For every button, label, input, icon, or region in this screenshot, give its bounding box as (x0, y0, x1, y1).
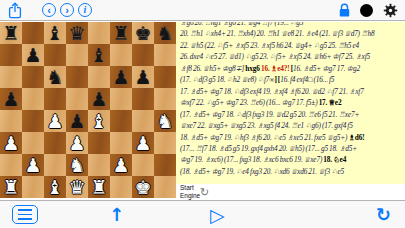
board-square-f5[interactable] (110, 88, 132, 110)
board-square-e4[interactable]: ♝ (88, 110, 110, 132)
piece-white-pawn: ♟ (46, 110, 63, 132)
board-square-c8[interactable]: ♝ (44, 22, 66, 44)
board-square-b8[interactable] (22, 22, 44, 44)
board-square-c3[interactable] (44, 132, 66, 154)
board-square-f4[interactable] (110, 110, 132, 132)
variation-text[interactable]: (17. ♘df3 g5 18. ♘h2 ♕e8) ♘f7∞ (180, 75, 274, 84)
variation-text[interactable]: 16. f4 exf4□ (16... f5 (280, 75, 334, 84)
move-line: ♔g7 19. ♗xc6) (17... fxg3 18. ♗xc6 bxc6 … (180, 154, 403, 165)
variation-text[interactable]: ♔g7 19. ♗xc6) (17... fxg3 18. ♗xc6 bxc6 … (180, 155, 323, 164)
piece-black-pawn: ♟ (24, 44, 41, 66)
board-square-d7[interactable] (66, 44, 88, 66)
board-square-f1[interactable] (110, 176, 132, 198)
board-square-b2[interactable]: ♟ (22, 154, 44, 176)
variation-text[interactable]: ♗g6 20. ♖hg1 ♗g6 21. ♕g4 ♖f7 (19... ♘g5 (180, 22, 303, 27)
board-square-e3[interactable] (88, 132, 110, 154)
up-arrow-icon[interactable]: ↑ (109, 202, 124, 228)
board-square-f2[interactable]: ♟ (110, 154, 132, 176)
bottom-toolbar: ↑ ▷ ↻ (0, 200, 405, 228)
mainline-move[interactable]: 18. ♘e4 (323, 155, 346, 164)
mainline-move[interactable]: 17. ♕e2 (319, 98, 342, 107)
settings-gear-icon[interactable] (383, 3, 398, 22)
board-square-d5[interactable] (66, 88, 88, 110)
variation-text[interactable]: 17. ♗d5+ ♔g7 18. ♘df3 exf4 19. ♗xf4 ♗f6 … (180, 87, 364, 96)
move-line: (18. ♗d5+ ♔g7 19. ♘e4 fxg3 20. ♘xd6 ♕xd6… (180, 166, 403, 177)
variation-text[interactable]: 20. ♖h1 ♘xh4+ 21. ♖xh4) 20. ♖h1 ♕e8 21. … (180, 29, 374, 38)
move-line: ♕xe7 22. ♕xg5+ ♕xg5 23. ♗xg5 f4 24. ♖e1 … (180, 120, 403, 131)
move-line: (17... ♖f7 18. ♗d5 g5 19. gxf4 gxh4 20. … (180, 143, 403, 154)
piece-black-pawn: ♟ (134, 66, 151, 88)
next-move-button[interactable]: › (60, 3, 74, 17)
current-move[interactable]: 16. ♗e4?! (261, 64, 290, 73)
board-square-g8[interactable]: ♚ (132, 22, 154, 44)
piece-white-pawn: ♟ (2, 132, 19, 154)
piece-white-king: ♚ (134, 176, 151, 198)
move-line: 26. dxe4 ♘e5 27. ♕d1) ♘g5 23. ♘f5+ ♗xf5 … (180, 51, 403, 62)
piece-black-pawn: ♟ (112, 66, 129, 88)
board-square-e5[interactable]: ♟ (88, 88, 110, 110)
board-square-a1[interactable]: ♜ (0, 176, 22, 198)
variation-text[interactable]: 26. dxe4 ♘e5 27. ♕d1) ♘g5 23. ♘f5+ ♗xf5 … (180, 52, 370, 61)
piece-black-knight: ♞ (46, 66, 63, 88)
piece-white-knight: ♞ (156, 110, 173, 132)
piece-white-pawn: ♟ (68, 132, 85, 154)
board-square-a4[interactable] (0, 110, 22, 132)
board-square-g1[interactable]: ♚ (132, 176, 154, 198)
board-square-b1[interactable] (22, 176, 44, 198)
board-square-h7[interactable] (154, 44, 176, 66)
variation-text[interactable]: 16. ♗d5+ ♔g7 17. ♔g2 (293, 64, 360, 73)
piece-black-rook: ♜ (2, 22, 19, 44)
board-square-g6[interactable]: ♟ (132, 66, 154, 88)
piece-black-pawn: ♟ (2, 88, 19, 110)
board-square-f8[interactable]: ♜ (110, 22, 132, 44)
board-square-a6[interactable] (0, 66, 22, 88)
board-square-a5[interactable]: ♟ (0, 88, 22, 110)
move-line: 20. ♖h1 ♘xh4+ 21. ♖xh4) 20. ♖h1 ♕e8 21. … (180, 28, 403, 39)
board-square-h5[interactable] (154, 88, 176, 110)
board-square-a8[interactable]: ♜ (0, 22, 22, 44)
board-square-g4[interactable] (132, 110, 154, 132)
lock-icon[interactable] (338, 3, 351, 22)
rotate-icon[interactable]: ↻ (376, 202, 391, 228)
board-square-g7[interactable] (132, 44, 154, 66)
piece-black-pawn: ♟ (68, 110, 85, 132)
board-square-h1[interactable] (154, 176, 176, 198)
variation-text[interactable]: 18. ♗d5+ ♔g7 19. ♘hf3 ♗f6 20. ♘e5 ♗xe5 2… (180, 133, 348, 142)
board-square-d1[interactable]: ♛ (66, 176, 88, 198)
move-lines: ♗g6 20. ♖hg1 ♗g6 21. ♕g4 ♖f7 (19... ♘g52… (180, 22, 403, 177)
board-square-f6[interactable]: ♟ (110, 66, 132, 88)
top-toolbar: ‹ › i (0, 0, 405, 21)
board-square-c7[interactable] (44, 44, 66, 66)
move-line: 22. ♕h5 (22. ♘f5+ ♗xf5 23. ♗xf5 h6 24. ♕… (180, 40, 403, 51)
board-square-g2[interactable] (132, 154, 154, 176)
board-square-c1[interactable]: ♝ (44, 176, 66, 198)
variation-text[interactable]: (17... ♖f7 18. ♗d5 g5 19. gxf4 gxh4 20. … (180, 144, 357, 153)
piece-white-rook: ♜ (90, 176, 107, 198)
mainline-move[interactable]: hxg6 (245, 64, 261, 73)
prev-move-button[interactable]: ‹ (42, 3, 56, 17)
board-square-b7[interactable]: ♟ (22, 44, 44, 66)
board-square-b4[interactable] (22, 110, 44, 132)
piece-black-pawn: ♟ (90, 88, 107, 110)
piece-white-pawn: ♟ (112, 154, 129, 176)
chess-board[interactable]: ♜♝♛♜♚♞♟♝♞♟♟♟♟♟♟♝♞♟♟♟♟♞♟♜♝♛♜♚ (0, 22, 176, 198)
board-square-h8[interactable]: ♞ (154, 22, 176, 44)
piece-white-pawn: ♟ (24, 154, 41, 176)
board-square-c6[interactable]: ♞ (44, 66, 66, 88)
board-square-d8[interactable]: ♛ (66, 22, 88, 44)
piece-white-pawn: ♟ (134, 132, 151, 154)
board-square-b3[interactable] (22, 132, 44, 154)
chess-app-screen: ‹ › i ♜♝♛♜♚♞♟♝♞♟♟♟♟♟♟♝♞♟♟♟♟♞♟♜♝ (0, 0, 405, 228)
board-square-g5[interactable] (132, 88, 154, 110)
board-square-f3[interactable] (110, 132, 132, 154)
piece-white-rook: ♜ (2, 176, 19, 198)
move-list[interactable]: ♗g6 20. ♖hg1 ♗g6 21. ♕g4 ♖f7 (19... ♘g52… (176, 22, 405, 184)
board-square-c5[interactable] (44, 88, 66, 110)
variation-text[interactable]: 22. ♕h5 (22. ♘f5+ ♗xf5 23. ♗xf5 h6 24. ♕… (180, 41, 359, 50)
board-square-h6[interactable] (154, 66, 176, 88)
engine-button[interactable]: Engine (180, 192, 405, 200)
board-square-h4[interactable]: ♞ (154, 110, 176, 132)
piece-black-rook: ♜ (112, 22, 129, 44)
start-button[interactable]: Start (180, 184, 405, 192)
move-line: (17. ♘df3 g5 18. ♘h2 ♕e8) ♘f7∞] [16. f4 … (180, 74, 403, 85)
move-line: (17. ♗d5+ ♔g7 18. ♘df3 fxg3 19. ♕d2 g5 2… (180, 109, 403, 120)
piece-black-bishop: ♝ (90, 44, 107, 66)
board-square-e8[interactable] (88, 22, 110, 44)
variation-text[interactable]: (17. ♗d5+ ♔g7 18. ♘df3 fxg3 19. ♕d2 g5 2… (180, 110, 359, 119)
play-icon[interactable]: ▷ (210, 202, 225, 228)
info-button[interactable]: i (78, 3, 92, 17)
variation-text[interactable]: ♕xe7 22. ♕xg5+ ♕xg5 23. ♗xg5 f4 24. ♖e1 … (180, 121, 353, 130)
board-square-d4[interactable]: ♟ (66, 110, 88, 132)
move-line: 17. ♗d5+ ♔g7 18. ♘df3 exf4 19. ♗xf4 ♗f6 … (180, 86, 403, 97)
board-square-a2[interactable] (0, 154, 22, 176)
variation-text[interactable]: ♗f8 26. ♕h5+ ♔g8∓] (180, 64, 245, 73)
board-square-e2[interactable] (88, 154, 110, 176)
board-square-b5[interactable] (22, 88, 44, 110)
piece-white-knight: ♞ (68, 154, 85, 176)
board-square-h3[interactable] (154, 132, 176, 154)
board-square-d6[interactable] (66, 66, 88, 88)
board-square-d3[interactable]: ♟ (66, 132, 88, 154)
mainline-move[interactable]: ♗d6! (348, 133, 364, 142)
board-square-h2[interactable] (154, 154, 176, 176)
piece-black-king: ♚ (134, 22, 151, 44)
board-square-g3[interactable]: ♟ (132, 132, 154, 154)
move-line: ♔xf7 22. ♘g5+ ♔g7 23. ♖e6) (16... ♔g7 17… (180, 97, 403, 108)
side-to-move-indicator (360, 4, 373, 17)
panel-footer: Start Engine ↻ (176, 184, 405, 200)
board-square-b6[interactable] (22, 66, 44, 88)
board-square-a3[interactable]: ♟ (0, 132, 22, 154)
piece-black-bishop: ♝ (46, 22, 63, 44)
board-square-f7[interactable] (110, 44, 132, 66)
game-list-menu-icon[interactable] (12, 205, 38, 224)
piece-black-queen: ♛ (68, 22, 85, 44)
move-line: 18. ♗d5+ ♔g7 19. ♘hf3 ♗f6 20. ♘e5 ♗xe5 2… (180, 132, 403, 143)
board-square-d2[interactable]: ♞ (66, 154, 88, 176)
board-square-a7[interactable] (0, 44, 22, 66)
share-icon[interactable] (8, 2, 22, 23)
board-square-e7[interactable]: ♝ (88, 44, 110, 66)
piece-white-bishop: ♝ (46, 176, 63, 198)
notation-panel: ♗g6 20. ♖hg1 ♗g6 21. ♕g4 ♖f7 (19... ♘g52… (176, 22, 405, 200)
board-square-e6[interactable] (88, 66, 110, 88)
move-line: ♗f8 26. ♕h5+ ♔g8∓] hxg6 16. ♗e4?! [16. ♗… (180, 63, 403, 74)
variation-text[interactable]: ♔xf7 22. ♘g5+ ♔g7 23. ♖e6) (16... ♔g7 17… (180, 98, 319, 107)
piece-black-knight: ♞ (156, 22, 173, 44)
board-square-c4[interactable]: ♟ (44, 110, 66, 132)
board-square-e1[interactable]: ♜ (88, 176, 110, 198)
piece-white-bishop: ♝ (90, 110, 107, 132)
piece-white-queen: ♛ (68, 176, 85, 198)
refresh-icon[interactable]: ↻ (200, 186, 209, 199)
variation-text[interactable]: (18. ♗d5+ ♔g7 19. ♘e4 fxg3 20. ♘xd6 ♕xd6… (180, 167, 344, 176)
board-square-c2[interactable] (44, 154, 66, 176)
